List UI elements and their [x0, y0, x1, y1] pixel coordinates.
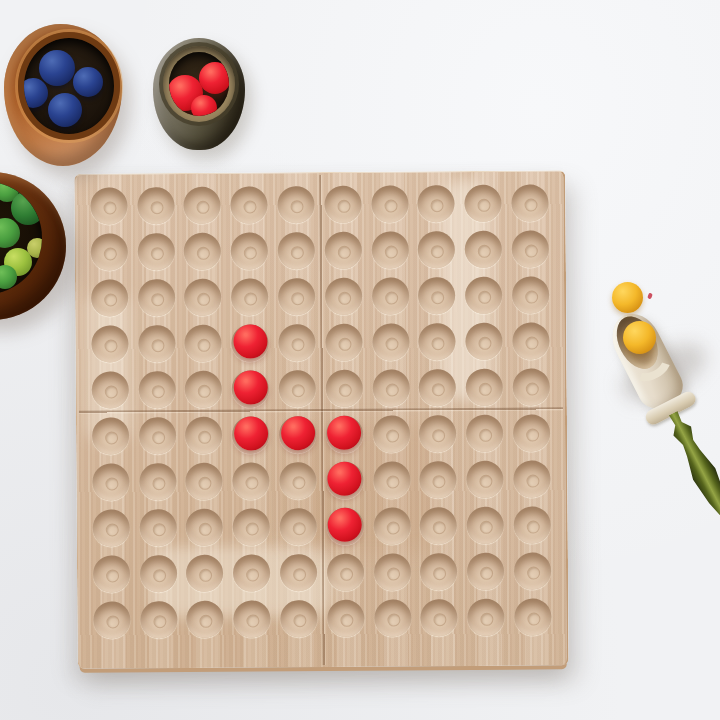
divot	[418, 277, 455, 314]
board-cell-r9c2[interactable]	[135, 550, 182, 596]
board-cell-r1c4[interactable]	[226, 181, 273, 227]
board-cell-r7c2[interactable]	[134, 458, 181, 504]
board-cell-r2c1[interactable]	[86, 228, 133, 274]
blue-felt-ball[interactable]	[39, 50, 75, 86]
divot	[419, 415, 456, 452]
board-cell-r1c10[interactable]	[507, 179, 554, 225]
green-felt-ball[interactable]	[0, 265, 17, 289]
board-cell-r5c5[interactable]	[274, 365, 321, 411]
divot	[139, 509, 176, 546]
blue-cup-interior	[18, 32, 120, 140]
divot	[278, 232, 315, 269]
divot	[325, 231, 362, 268]
board-cell-r4c1[interactable]	[86, 320, 133, 366]
divot	[467, 506, 504, 543]
board-cell-r6c5[interactable]	[274, 411, 321, 457]
board-cell-r2c4[interactable]	[226, 227, 273, 273]
divot	[514, 506, 551, 543]
wooden-scoop[interactable]	[588, 279, 720, 545]
divot	[419, 369, 456, 406]
green-felt-ball[interactable]	[0, 218, 20, 248]
divot	[373, 507, 410, 544]
board-cell-r2c7[interactable]	[366, 226, 413, 272]
divot	[278, 324, 315, 361]
scoop-handle[interactable]	[662, 407, 720, 524]
board-cell-r6c10[interactable]	[508, 409, 555, 455]
divot	[91, 279, 128, 316]
divot	[231, 232, 268, 269]
board-cell-r4c10[interactable]	[507, 317, 554, 363]
divot	[277, 186, 314, 223]
board-cell-r8c2[interactable]	[134, 504, 181, 550]
board-cell-r10c9[interactable]	[463, 594, 510, 640]
board-cell-r10c8[interactable]	[416, 594, 463, 640]
board-cell-r3c1[interactable]	[86, 274, 133, 320]
divot	[420, 461, 457, 498]
divot	[234, 600, 271, 637]
board-cell-r8c10[interactable]	[509, 501, 556, 547]
divot	[466, 414, 503, 451]
red-fuzz-speck	[647, 292, 653, 299]
divot	[371, 185, 408, 222]
divot	[371, 231, 408, 268]
board-cell-r4c3[interactable]	[180, 320, 227, 366]
divot	[513, 414, 550, 451]
red-felt-ball[interactable]	[233, 324, 267, 358]
divot	[138, 371, 175, 408]
blue-felt-ball[interactable]	[18, 78, 48, 108]
board-cell-r8c7[interactable]	[368, 502, 415, 548]
board-cell-r1c6[interactable]	[319, 181, 366, 227]
blue-felt-ball[interactable]	[73, 67, 103, 97]
divot	[514, 552, 551, 589]
board-cell-r6c1[interactable]	[87, 412, 134, 458]
board-grid	[85, 179, 556, 642]
divot	[92, 371, 129, 408]
board-cell-r5c9[interactable]	[461, 364, 508, 410]
divot	[420, 507, 457, 544]
board-cell-r8c5[interactable]	[275, 503, 322, 549]
board-cell-r1c2[interactable]	[132, 182, 179, 228]
divot	[138, 279, 175, 316]
board-cell-r9c1[interactable]	[88, 550, 135, 596]
board-cell-r4c7[interactable]	[367, 318, 414, 364]
divot	[233, 462, 270, 499]
board-cell-r3c9[interactable]	[460, 272, 507, 318]
divot	[327, 553, 364, 590]
board-cell-r5c7[interactable]	[367, 364, 414, 410]
divot	[373, 415, 410, 452]
divot	[91, 233, 128, 270]
board-cell-r1c3[interactable]	[179, 182, 226, 228]
divot	[91, 325, 128, 362]
board-cell-r9c5[interactable]	[275, 549, 322, 595]
board-cell-r9c9[interactable]	[462, 548, 509, 594]
divot	[465, 230, 502, 267]
divot	[466, 322, 503, 359]
divot	[467, 552, 504, 589]
divot	[280, 554, 317, 591]
board-cell-r5c8[interactable]	[414, 364, 461, 410]
divot	[514, 598, 551, 635]
divot	[279, 462, 316, 499]
divot	[185, 324, 222, 361]
divot	[465, 276, 502, 313]
board-cell-r4c5[interactable]	[273, 319, 320, 365]
divot	[93, 509, 130, 546]
board-cell-r7c8[interactable]	[415, 456, 462, 502]
divot	[372, 323, 409, 360]
board-cell-r8c9[interactable]	[462, 502, 509, 548]
divot	[466, 368, 503, 405]
divot	[372, 369, 409, 406]
board-cell-r5c4[interactable]	[227, 365, 274, 411]
divot	[327, 599, 364, 636]
divot	[468, 598, 505, 635]
divot	[233, 508, 270, 545]
board-cell-r2c3[interactable]	[179, 228, 226, 274]
divot	[138, 325, 175, 362]
divot	[139, 417, 176, 454]
board-cell-r3c6[interactable]	[320, 273, 367, 319]
board-cell-r1c8[interactable]	[413, 180, 460, 226]
board-cell-r7c9[interactable]	[462, 456, 509, 502]
divot	[93, 555, 130, 592]
divot	[140, 601, 177, 638]
board-cell-r10c10[interactable]	[509, 593, 556, 639]
divot	[185, 416, 222, 453]
board-cell-r5c3[interactable]	[180, 366, 227, 412]
board-cell-r9c4[interactable]	[228, 549, 275, 595]
board-cell-r8c8[interactable]	[415, 502, 462, 548]
board-cell-r10c2[interactable]	[135, 596, 182, 642]
board-cell-r2c9[interactable]	[460, 226, 507, 272]
board-cell-r10c6[interactable]	[322, 595, 369, 641]
board-cell-r6c4[interactable]	[227, 411, 274, 457]
board-cell-r7c4[interactable]	[228, 457, 275, 503]
board-cell-r10c4[interactable]	[229, 595, 276, 641]
board-cell-r2c2[interactable]	[132, 228, 179, 274]
red-felt-ball[interactable]	[233, 370, 267, 404]
divot	[511, 184, 548, 221]
board-cell-r4c2[interactable]	[133, 320, 180, 366]
board-cell-r9c10[interactable]	[509, 547, 556, 593]
board-cell-r4c9[interactable]	[461, 318, 508, 364]
board-cell-r8c1[interactable]	[88, 504, 135, 550]
red-felt-ball[interactable]	[281, 416, 315, 450]
board-cell-r1c1[interactable]	[85, 182, 132, 228]
red-ball-cup[interactable]	[153, 38, 245, 150]
divot	[467, 460, 504, 497]
divot	[513, 368, 550, 405]
red-felt-ball[interactable]	[199, 62, 229, 94]
board-cell-r10c3[interactable]	[182, 596, 229, 642]
divot	[418, 231, 455, 268]
yellow-felt-ball[interactable]	[612, 282, 643, 313]
board-cell-r6c8[interactable]	[415, 410, 462, 456]
divot	[186, 462, 223, 499]
peg-board	[74, 170, 568, 668]
board-cell-r5c1[interactable]	[87, 366, 134, 412]
divot	[139, 463, 176, 500]
divot	[137, 233, 174, 270]
divot	[512, 276, 549, 313]
board-cell-r7c7[interactable]	[368, 456, 415, 502]
divot	[137, 187, 174, 224]
red-felt-ball[interactable]	[234, 416, 268, 450]
divot	[184, 278, 221, 315]
board-cell-r7c3[interactable]	[181, 458, 228, 504]
board-cell-r3c4[interactable]	[226, 273, 273, 319]
board-cell-r7c1[interactable]	[87, 458, 134, 504]
divot	[233, 554, 270, 591]
blue-ball-cup[interactable]	[4, 24, 122, 166]
divot	[512, 230, 549, 267]
green-ball-cup[interactable]	[0, 172, 66, 320]
board-cell-r8c4[interactable]	[228, 503, 275, 549]
board-cell-r4c8[interactable]	[414, 318, 461, 364]
divot	[465, 184, 502, 221]
divot	[374, 599, 411, 636]
divot	[184, 232, 221, 269]
divot	[280, 508, 317, 545]
divot	[418, 185, 455, 222]
board-cell-r8c3[interactable]	[181, 504, 228, 550]
board-cell-r3c7[interactable]	[367, 272, 414, 318]
board-cell-r1c7[interactable]	[366, 180, 413, 226]
board-cell-r1c9[interactable]	[460, 180, 507, 226]
divot	[280, 600, 317, 637]
divot	[324, 185, 361, 222]
board-cell-r2c10[interactable]	[507, 225, 554, 271]
board-cell-r9c7[interactable]	[369, 548, 416, 594]
divot	[420, 553, 457, 590]
board-cell-r10c1[interactable]	[88, 596, 135, 642]
board-cell-r4c6[interactable]	[320, 319, 367, 365]
red-cup-interior	[169, 52, 229, 116]
divot	[513, 460, 550, 497]
board-cell-r3c8[interactable]	[414, 272, 461, 318]
board-cell-r8c6[interactable]	[322, 503, 369, 549]
divot	[231, 186, 268, 223]
board-cell-r9c6[interactable]	[322, 549, 369, 595]
board-cell-r7c6[interactable]	[321, 457, 368, 503]
board-cell-r6c3[interactable]	[181, 412, 228, 458]
divot	[374, 553, 411, 590]
divot	[325, 277, 362, 314]
board-cell-r3c3[interactable]	[180, 274, 227, 320]
divot	[186, 508, 223, 545]
divot	[325, 323, 362, 360]
board-cell-r7c10[interactable]	[508, 455, 555, 501]
board-cell-r10c7[interactable]	[369, 594, 416, 640]
divot	[187, 600, 224, 637]
board-cell-r6c9[interactable]	[461, 410, 508, 456]
divot	[92, 463, 129, 500]
divot	[421, 599, 458, 636]
board-cell-r3c10[interactable]	[507, 271, 554, 317]
divot	[93, 601, 130, 638]
board-cell-r5c10[interactable]	[508, 363, 555, 409]
divot	[186, 554, 223, 591]
divot	[373, 461, 410, 498]
divot	[278, 278, 315, 315]
board-cell-r5c2[interactable]	[133, 366, 180, 412]
board-cell-r2c6[interactable]	[320, 227, 367, 273]
board-cell-r3c2[interactable]	[133, 274, 180, 320]
divot	[90, 187, 127, 224]
divot	[279, 370, 316, 407]
divot	[512, 322, 549, 359]
board-cell-r3c5[interactable]	[273, 273, 320, 319]
board-cell-r2c8[interactable]	[413, 226, 460, 272]
divot	[185, 370, 222, 407]
board-cell-r9c3[interactable]	[182, 550, 229, 596]
board-cell-r4c4[interactable]	[227, 319, 274, 365]
divot	[372, 277, 409, 314]
board-cell-r6c2[interactable]	[134, 412, 181, 458]
blue-felt-ball[interactable]	[48, 93, 82, 127]
board-cell-r9c8[interactable]	[415, 548, 462, 594]
board-cell-r2c5[interactable]	[273, 227, 320, 273]
divot	[184, 186, 221, 223]
board-cell-r7c5[interactable]	[274, 457, 321, 503]
divot	[419, 323, 456, 360]
divot	[326, 369, 363, 406]
board-cell-r5c6[interactable]	[321, 365, 368, 411]
board-cell-r10c5[interactable]	[275, 595, 322, 641]
divot	[231, 278, 268, 315]
photo-canvas: { "game": { "name": "wooden 10x10 felt-b…	[0, 0, 720, 720]
board-cell-r6c7[interactable]	[368, 410, 415, 456]
board-cell-r6c6[interactable]	[321, 411, 368, 457]
divot	[92, 417, 129, 454]
divot	[140, 555, 177, 592]
board-cell-r1c5[interactable]	[273, 181, 320, 227]
